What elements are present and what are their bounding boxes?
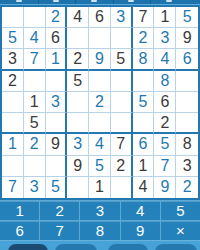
numpad-5-button[interactable]: 5 xyxy=(161,201,200,220)
numpad-4-button[interactable]: 4 xyxy=(121,201,160,220)
cell-r2c6[interactable] xyxy=(111,28,133,49)
cell-r7c5[interactable]: 4 xyxy=(89,134,111,155)
bottom-toolbar-button-2[interactable] xyxy=(55,244,97,250)
top-toolbar-glyph-fragment xyxy=(166,0,172,2)
numpad: 12345 6789× xyxy=(0,200,200,240)
top-toolbar-glyph-fragment xyxy=(128,0,134,2)
cell-r1c9[interactable]: 5 xyxy=(176,7,198,28)
top-toolbar-glyph-fragment xyxy=(16,0,22,2)
cell-r7c1[interactable]: 1 xyxy=(2,134,24,155)
cell-r1c2[interactable] xyxy=(24,7,46,28)
cell-r6c9[interactable] xyxy=(176,113,198,134)
bottom-toolbar xyxy=(0,240,200,250)
cell-r9c5[interactable]: 1 xyxy=(89,177,111,198)
cell-r1c6[interactable]: 3 xyxy=(111,7,133,28)
cell-r5c7[interactable]: 5 xyxy=(133,92,155,113)
cell-r2c2[interactable]: 4 xyxy=(24,28,46,49)
cell-r8c5[interactable]: 5 xyxy=(89,156,111,177)
numpad-row-1: 12345 xyxy=(0,201,200,220)
numpad-clear-button[interactable]: × xyxy=(161,221,200,240)
cell-r2c5[interactable] xyxy=(89,28,111,49)
cell-r4c3[interactable] xyxy=(46,71,68,92)
bottom-toolbar-button-1[interactable] xyxy=(8,244,48,250)
cell-r7c9[interactable]: 8 xyxy=(176,134,198,155)
bottom-toolbar-button-3[interactable] xyxy=(108,244,148,250)
cell-r1c3[interactable]: 2 xyxy=(46,7,68,28)
numpad-7-button[interactable]: 7 xyxy=(40,221,79,240)
cell-r9c1[interactable]: 7 xyxy=(2,177,24,198)
numpad-row-2: 6789× xyxy=(0,221,200,240)
cell-r1c7[interactable]: 7 xyxy=(133,7,155,28)
cell-r3c1[interactable]: 3 xyxy=(2,49,24,70)
cell-r9c7[interactable]: 4 xyxy=(133,177,155,198)
cell-r2c4[interactable] xyxy=(67,28,89,49)
cell-r4c1[interactable]: 2 xyxy=(2,71,24,92)
cell-r5c1[interactable] xyxy=(2,92,24,113)
cell-r8c9[interactable]: 3 xyxy=(176,156,198,177)
cell-r6c6[interactable] xyxy=(111,113,133,134)
top-toolbar-glyph-fragment xyxy=(91,0,97,2)
numpad-3-button[interactable]: 3 xyxy=(80,201,119,220)
cell-r6c2[interactable]: 5 xyxy=(24,113,46,134)
numpad-1-button[interactable]: 1 xyxy=(0,201,39,220)
cell-r4c8[interactable]: 8 xyxy=(154,71,176,92)
cell-r8c4[interactable]: 9 xyxy=(67,156,89,177)
cell-r2c1[interactable]: 5 xyxy=(2,28,24,49)
cell-r3c4[interactable]: 2 xyxy=(67,49,89,70)
cell-r3c9[interactable]: 6 xyxy=(176,49,198,70)
cell-r8c1[interactable] xyxy=(2,156,24,177)
cell-r4c9[interactable] xyxy=(176,71,198,92)
cell-r5c6[interactable] xyxy=(111,92,133,113)
cell-r2c3[interactable]: 6 xyxy=(46,28,68,49)
cell-r1c8[interactable]: 1 xyxy=(154,7,176,28)
cell-r7c2[interactable]: 2 xyxy=(24,134,46,155)
cell-r9c8[interactable]: 9 xyxy=(154,177,176,198)
cell-r5c3[interactable]: 3 xyxy=(46,92,68,113)
top-toolbar-glyph-fragment xyxy=(53,0,59,2)
cell-r6c4[interactable] xyxy=(67,113,89,134)
numpad-6-button[interactable]: 6 xyxy=(0,221,39,240)
cell-r5c5[interactable]: 2 xyxy=(89,92,111,113)
cell-r5c2[interactable]: 1 xyxy=(24,92,46,113)
numpad-8-button[interactable]: 8 xyxy=(80,221,119,240)
numpad-9-button[interactable]: 9 xyxy=(121,221,160,240)
cell-r6c5[interactable] xyxy=(89,113,111,134)
cell-r9c4[interactable] xyxy=(67,177,89,198)
cell-r4c2[interactable] xyxy=(24,71,46,92)
cell-r7c7[interactable]: 6 xyxy=(133,134,155,155)
cell-r2c8[interactable]: 3 xyxy=(154,28,176,49)
cell-r1c4[interactable]: 4 xyxy=(67,7,89,28)
cell-r3c2[interactable]: 7 xyxy=(24,49,46,70)
cell-r3c6[interactable]: 5 xyxy=(111,49,133,70)
cell-r7c3[interactable]: 9 xyxy=(46,134,68,155)
cell-r8c3[interactable] xyxy=(46,156,68,177)
numpad-2-button[interactable]: 2 xyxy=(40,201,79,220)
cell-r5c8[interactable]: 6 xyxy=(154,92,176,113)
cell-r3c3[interactable]: 1 xyxy=(46,49,68,70)
cell-r9c3[interactable]: 5 xyxy=(46,177,68,198)
cell-r6c8[interactable]: 2 xyxy=(154,113,176,134)
cell-r3c7[interactable]: 8 xyxy=(133,49,155,70)
cell-r7c4[interactable]: 3 xyxy=(67,134,89,155)
cell-r1c5[interactable]: 6 xyxy=(89,7,111,28)
cell-r3c5[interactable]: 9 xyxy=(89,49,111,70)
sudoku-app-screen: 2463715546239371295846258132565212934765… xyxy=(0,0,200,250)
cell-r1c1[interactable] xyxy=(2,7,24,28)
cell-r8c8[interactable]: 7 xyxy=(154,156,176,177)
cell-r2c7[interactable]: 2 xyxy=(133,28,155,49)
cell-r4c6[interactable] xyxy=(111,71,133,92)
cell-r5c9[interactable] xyxy=(176,92,198,113)
cell-r7c6[interactable]: 7 xyxy=(111,134,133,155)
cell-r6c1[interactable] xyxy=(2,113,24,134)
cell-r8c2[interactable] xyxy=(24,156,46,177)
cell-r4c5[interactable] xyxy=(89,71,111,92)
cell-r6c7[interactable] xyxy=(133,113,155,134)
cell-r9c9[interactable]: 2 xyxy=(176,177,198,198)
cell-r4c7[interactable] xyxy=(133,71,155,92)
bottom-toolbar-button-4[interactable] xyxy=(155,244,197,250)
cell-r7c8[interactable]: 5 xyxy=(154,134,176,155)
cell-r6c3[interactable] xyxy=(46,113,68,134)
cell-r2c9[interactable]: 9 xyxy=(176,28,198,49)
sudoku-board: 2463715546239371295846258132565212934765… xyxy=(0,5,200,200)
cell-r8c6[interactable]: 2 xyxy=(111,156,133,177)
cell-r4c4[interactable]: 5 xyxy=(67,71,89,92)
cell-r9c2[interactable]: 3 xyxy=(24,177,46,198)
cell-r5c4[interactable] xyxy=(67,92,89,113)
cell-r9c6[interactable] xyxy=(111,177,133,198)
cell-r8c7[interactable]: 1 xyxy=(133,156,155,177)
cell-r3c8[interactable]: 4 xyxy=(154,49,176,70)
